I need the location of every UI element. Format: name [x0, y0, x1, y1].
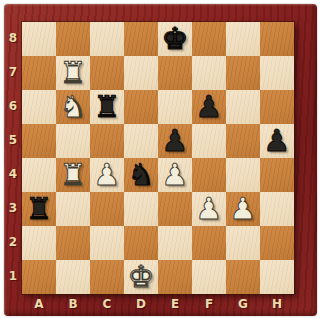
square-a8[interactable]: [22, 22, 56, 56]
square-b8[interactable]: [56, 22, 90, 56]
piece-white-pawn: ♟: [230, 192, 257, 226]
square-a2[interactable]: [22, 226, 56, 260]
square-c7[interactable]: [90, 56, 124, 90]
square-c5[interactable]: [90, 124, 124, 158]
square-e5[interactable]: ♟: [158, 124, 192, 158]
piece-black-rook: ♜: [26, 192, 53, 226]
file-label-c: C: [90, 294, 124, 314]
rank-label-5: 5: [5, 133, 21, 147]
square-h5[interactable]: ♟: [260, 124, 294, 158]
square-f8[interactable]: [192, 22, 226, 56]
square-e1[interactable]: [158, 260, 192, 294]
rank-label-2: 2: [5, 235, 21, 249]
piece-black-knight: ♞: [128, 158, 155, 192]
piece-black-pawn: ♟: [264, 124, 291, 158]
square-e7[interactable]: [158, 56, 192, 90]
square-g2[interactable]: [226, 226, 260, 260]
piece-white-knight: ♞: [60, 90, 87, 124]
square-d5[interactable]: [124, 124, 158, 158]
square-b4[interactable]: ♜: [56, 158, 90, 192]
square-f3[interactable]: ♟: [192, 192, 226, 226]
file-label-h: H: [260, 294, 294, 314]
file-label-f: F: [192, 294, 226, 314]
square-a5[interactable]: [22, 124, 56, 158]
square-c6[interactable]: ♜: [90, 90, 124, 124]
square-d8[interactable]: [124, 22, 158, 56]
piece-white-pawn: ♟: [162, 158, 189, 192]
square-g4[interactable]: [226, 158, 260, 192]
chess-board: ♚♜♞♜♟♟♟♜♟♞♟♜♟♟♚: [22, 22, 294, 294]
square-f1[interactable]: [192, 260, 226, 294]
square-d7[interactable]: [124, 56, 158, 90]
piece-black-rook: ♜: [94, 90, 121, 124]
square-c2[interactable]: [90, 226, 124, 260]
file-label-e: E: [158, 294, 192, 314]
square-a4[interactable]: [22, 158, 56, 192]
square-c4[interactable]: ♟: [90, 158, 124, 192]
square-b5[interactable]: [56, 124, 90, 158]
square-b7[interactable]: ♜: [56, 56, 90, 90]
square-a7[interactable]: [22, 56, 56, 90]
file-label-g: G: [226, 294, 260, 314]
file-label-d: D: [124, 294, 158, 314]
piece-white-rook: ♜: [60, 56, 87, 90]
piece-white-rook: ♜: [60, 158, 87, 192]
square-e3[interactable]: [158, 192, 192, 226]
square-f7[interactable]: [192, 56, 226, 90]
piece-white-pawn: ♟: [94, 158, 121, 192]
square-d2[interactable]: [124, 226, 158, 260]
square-f6[interactable]: ♟: [192, 90, 226, 124]
square-d4[interactable]: ♞: [124, 158, 158, 192]
square-e4[interactable]: ♟: [158, 158, 192, 192]
square-h7[interactable]: [260, 56, 294, 90]
square-g6[interactable]: [226, 90, 260, 124]
square-h1[interactable]: [260, 260, 294, 294]
square-c1[interactable]: [90, 260, 124, 294]
square-a1[interactable]: [22, 260, 56, 294]
square-g1[interactable]: [226, 260, 260, 294]
piece-black-pawn: ♟: [162, 124, 189, 158]
square-b3[interactable]: [56, 192, 90, 226]
square-c3[interactable]: [90, 192, 124, 226]
square-h3[interactable]: [260, 192, 294, 226]
rank-label-1: 1: [5, 269, 21, 283]
square-f2[interactable]: [192, 226, 226, 260]
rank-label-4: 4: [5, 167, 21, 181]
square-e2[interactable]: [158, 226, 192, 260]
square-h2[interactable]: [260, 226, 294, 260]
square-a6[interactable]: [22, 90, 56, 124]
rank-label-7: 7: [5, 65, 21, 79]
square-h8[interactable]: [260, 22, 294, 56]
square-c8[interactable]: [90, 22, 124, 56]
square-b1[interactable]: [56, 260, 90, 294]
square-d1[interactable]: ♚: [124, 260, 158, 294]
board-frame: ♚♜♞♜♟♟♟♜♟♞♟♜♟♟♚ 87654321ABCDEFGH: [4, 4, 317, 316]
square-d6[interactable]: [124, 90, 158, 124]
piece-black-king: ♚: [162, 22, 189, 56]
file-label-a: A: [22, 294, 56, 314]
square-e8[interactable]: ♚: [158, 22, 192, 56]
square-f4[interactable]: [192, 158, 226, 192]
square-h6[interactable]: [260, 90, 294, 124]
square-g8[interactable]: [226, 22, 260, 56]
square-b2[interactable]: [56, 226, 90, 260]
rank-label-6: 6: [5, 99, 21, 113]
square-g5[interactable]: [226, 124, 260, 158]
square-d3[interactable]: [124, 192, 158, 226]
square-g7[interactable]: [226, 56, 260, 90]
square-b6[interactable]: ♞: [56, 90, 90, 124]
square-f5[interactable]: [192, 124, 226, 158]
piece-black-pawn: ♟: [196, 90, 223, 124]
piece-white-pawn: ♟: [196, 192, 223, 226]
piece-white-king: ♚: [128, 260, 155, 294]
square-h4[interactable]: [260, 158, 294, 192]
rank-label-8: 8: [5, 31, 21, 45]
square-e6[interactable]: [158, 90, 192, 124]
chess-diagram: ♚♜♞♜♟♟♟♜♟♞♟♜♟♟♚ 87654321ABCDEFGH: [0, 0, 320, 319]
rank-label-3: 3: [5, 201, 21, 215]
file-label-b: B: [56, 294, 90, 314]
square-g3[interactable]: ♟: [226, 192, 260, 226]
square-a3[interactable]: ♜: [22, 192, 56, 226]
